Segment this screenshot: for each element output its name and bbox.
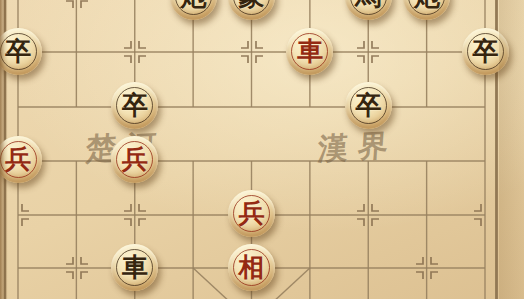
- piece-glyph-red-soldier: 兵: [239, 200, 265, 227]
- piece-glyph-red-chariot: 車: [297, 38, 323, 65]
- piece-glyph-red-elephant: 相: [239, 254, 265, 281]
- board-right-margin: [499, 0, 524, 299]
- board-left-edge-shadow: [0, 0, 8, 299]
- piece-glyph-black-soldier: 卒: [472, 38, 498, 65]
- piece-black-horse[interactable]: 馬: [345, 0, 392, 20]
- piece-black-cannon[interactable]: 炮: [170, 0, 217, 20]
- piece-glyph-black-chariot: 車: [122, 254, 148, 281]
- piece-glyph-red-soldier: 兵: [122, 146, 148, 173]
- piece-black-chariot[interactable]: 車: [111, 244, 158, 291]
- piece-glyph-black-cannon: 炮: [414, 0, 440, 10]
- piece-glyph-black-horse: 馬: [355, 0, 381, 10]
- piece-red-elephant[interactable]: 相: [228, 244, 275, 291]
- piece-glyph-black-soldier: 卒: [122, 92, 148, 119]
- piece-glyph-black-soldier: 卒: [355, 92, 381, 119]
- piece-red-soldier[interactable]: 兵: [228, 190, 275, 237]
- piece-red-soldier[interactable]: 兵: [111, 136, 158, 183]
- piece-black-elephant[interactable]: 象: [228, 0, 275, 20]
- piece-glyph-black-elephant: 象: [239, 0, 265, 10]
- piece-black-soldier[interactable]: 卒: [111, 82, 158, 129]
- piece-black-cannon[interactable]: 炮: [403, 0, 450, 20]
- piece-glyph-black-soldier: 卒: [5, 38, 31, 65]
- piece-black-soldier[interactable]: 卒: [345, 82, 392, 129]
- xiangqi-board[interactable]: 楚河 漢界 炮象馬炮卒車卒卒卒兵兵兵車相: [0, 0, 524, 299]
- piece-glyph-black-cannon: 炮: [180, 0, 206, 10]
- pieces-grid: 炮象馬炮卒車卒卒卒兵兵兵車相: [0, 0, 514, 295]
- piece-red-chariot[interactable]: 車: [286, 28, 333, 75]
- piece-glyph-red-soldier: 兵: [5, 146, 31, 173]
